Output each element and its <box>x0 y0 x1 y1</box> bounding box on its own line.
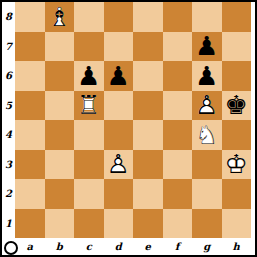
square-b6[interactable] <box>45 61 75 91</box>
square-c2[interactable] <box>74 179 104 209</box>
file-labels: abcdefgh <box>15 238 251 255</box>
square-c7[interactable] <box>74 32 104 62</box>
square-c4[interactable] <box>74 120 104 150</box>
square-b7[interactable] <box>45 32 75 62</box>
white-to-move-indicator <box>4 241 18 255</box>
rank-labels: 87654321 <box>2 2 15 238</box>
white-king-fill: ♚ <box>222 150 252 180</box>
board-grid[interactable]: ♝♗♟♟♟♟♜♖♟♙♚♞♘♟♙♚♔ <box>15 2 251 238</box>
rank-label-5: 5 <box>2 91 15 121</box>
square-e6[interactable] <box>133 61 163 91</box>
square-a7[interactable] <box>15 32 45 62</box>
white-knight-g4[interactable]: ♘ <box>192 120 222 150</box>
square-a6[interactable] <box>15 61 45 91</box>
white-knight-fill: ♞ <box>192 120 222 150</box>
square-f8[interactable] <box>163 2 193 32</box>
square-f2[interactable] <box>163 179 193 209</box>
square-b8[interactable]: ♝♗ <box>45 2 75 32</box>
file-label-f: f <box>163 238 193 255</box>
square-g8[interactable] <box>192 2 222 32</box>
square-a3[interactable] <box>15 150 45 180</box>
square-h4[interactable] <box>222 120 252 150</box>
square-g6[interactable]: ♟ <box>192 61 222 91</box>
square-f4[interactable] <box>163 120 193 150</box>
square-e8[interactable] <box>133 2 163 32</box>
white-pawn-fill: ♟ <box>104 150 134 180</box>
square-e3[interactable] <box>133 150 163 180</box>
black-pawn-g6[interactable]: ♟ <box>192 61 222 91</box>
file-label-e: e <box>133 238 163 255</box>
square-d3[interactable]: ♟♙ <box>104 150 134 180</box>
square-f7[interactable] <box>163 32 193 62</box>
square-h7[interactable] <box>222 32 252 62</box>
square-f3[interactable] <box>163 150 193 180</box>
white-rook-fill: ♜ <box>74 91 104 121</box>
white-king-h3[interactable]: ♔ <box>222 150 252 180</box>
square-g3[interactable] <box>192 150 222 180</box>
square-d2[interactable] <box>104 179 134 209</box>
rank-label-2: 2 <box>2 179 15 209</box>
black-king-h5[interactable]: ♚ <box>222 91 252 121</box>
square-a1[interactable] <box>15 209 45 239</box>
square-c5[interactable]: ♜♖ <box>74 91 104 121</box>
chess-board-diagram: 87654321 ♝♗♟♟♟♟♜♖♟♙♚♞♘♟♙♚♔ abcdefgh <box>0 0 257 257</box>
square-a2[interactable] <box>15 179 45 209</box>
file-label-b: b <box>45 238 75 255</box>
square-g5[interactable]: ♟♙ <box>192 91 222 121</box>
square-c3[interactable] <box>74 150 104 180</box>
rank-label-8: 8 <box>2 2 15 32</box>
square-d5[interactable] <box>104 91 134 121</box>
square-e5[interactable] <box>133 91 163 121</box>
file-label-g: g <box>192 238 222 255</box>
square-b2[interactable] <box>45 179 75 209</box>
square-b3[interactable] <box>45 150 75 180</box>
square-g1[interactable] <box>192 209 222 239</box>
square-e7[interactable] <box>133 32 163 62</box>
square-g2[interactable] <box>192 179 222 209</box>
rank-label-7: 7 <box>2 32 15 62</box>
black-pawn-d6[interactable]: ♟ <box>104 61 134 91</box>
square-a5[interactable] <box>15 91 45 121</box>
square-d7[interactable] <box>104 32 134 62</box>
square-d4[interactable] <box>104 120 134 150</box>
square-g4[interactable]: ♞♘ <box>192 120 222 150</box>
square-g7[interactable]: ♟ <box>192 32 222 62</box>
square-d6[interactable]: ♟ <box>104 61 134 91</box>
white-pawn-fill: ♟ <box>192 91 222 121</box>
white-bishop-fill: ♝ <box>45 2 75 32</box>
rank-label-4: 4 <box>2 120 15 150</box>
file-label-d: d <box>104 238 134 255</box>
square-a4[interactable] <box>15 120 45 150</box>
square-d1[interactable] <box>104 209 134 239</box>
white-pawn-g5[interactable]: ♙ <box>192 91 222 121</box>
square-e2[interactable] <box>133 179 163 209</box>
square-h6[interactable] <box>222 61 252 91</box>
rank-label-1: 1 <box>2 209 15 239</box>
rank-label-6: 6 <box>2 61 15 91</box>
white-rook-c5[interactable]: ♖ <box>74 91 104 121</box>
rank-label-3: 3 <box>2 150 15 180</box>
white-pawn-d3[interactable]: ♙ <box>104 150 134 180</box>
file-label-a: a <box>15 238 45 255</box>
square-h1[interactable] <box>222 209 252 239</box>
square-f5[interactable] <box>163 91 193 121</box>
square-c1[interactable] <box>74 209 104 239</box>
square-f1[interactable] <box>163 209 193 239</box>
square-c6[interactable]: ♟ <box>74 61 104 91</box>
square-c8[interactable] <box>74 2 104 32</box>
black-pawn-g7[interactable]: ♟ <box>192 32 222 62</box>
square-h3[interactable]: ♚♔ <box>222 150 252 180</box>
square-e1[interactable] <box>133 209 163 239</box>
square-h2[interactable] <box>222 179 252 209</box>
square-e4[interactable] <box>133 120 163 150</box>
square-d8[interactable] <box>104 2 134 32</box>
square-b5[interactable] <box>45 91 75 121</box>
black-pawn-c6[interactable]: ♟ <box>74 61 104 91</box>
square-b4[interactable] <box>45 120 75 150</box>
file-label-c: c <box>74 238 104 255</box>
square-b1[interactable] <box>45 209 75 239</box>
file-label-h: h <box>222 238 252 255</box>
square-h8[interactable] <box>222 2 252 32</box>
white-bishop-b8[interactable]: ♗ <box>45 2 75 32</box>
square-h5[interactable]: ♚ <box>222 91 252 121</box>
square-a8[interactable] <box>15 2 45 32</box>
square-f6[interactable] <box>163 61 193 91</box>
